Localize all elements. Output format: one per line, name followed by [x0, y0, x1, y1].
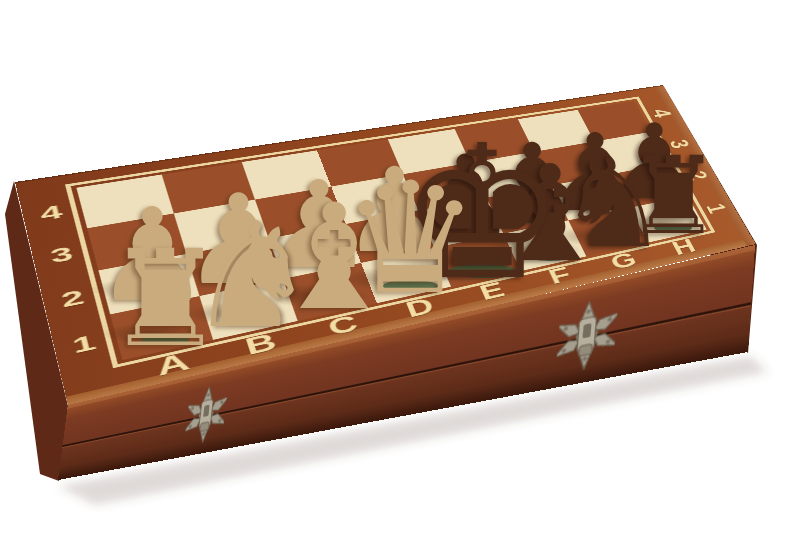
- scene: ABCDEFGH43214321 ♜♞♝♛♚♝♞♜♟♟♟♟♟♟♟♟: [0, 0, 800, 560]
- rank-label-left-4: 4: [37, 201, 64, 226]
- front-latch-left[interactable]: [183, 380, 229, 447]
- piece-light-rook-a1[interactable]: ♜: [85, 232, 245, 365]
- rank-label-left-3: 3: [48, 242, 76, 268]
